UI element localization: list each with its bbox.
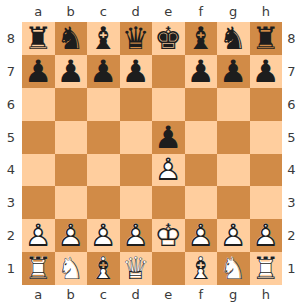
rank-label-4: 4 — [0, 154, 22, 187]
square-a8[interactable]: ♜︎ — [22, 22, 55, 55]
square-e2[interactable]: ♚︎♔︎ — [152, 219, 185, 252]
piece-white-pawn-icon: ♟︎♙︎ — [154, 154, 182, 185]
file-label-e: e — [152, 0, 185, 22]
rank-labels-right: 87654321 — [282, 22, 301, 285]
rank-label-5: 5 — [0, 121, 22, 154]
square-g8[interactable]: ♞︎ — [217, 22, 250, 55]
piece-black-bishop-icon: ♝︎ — [89, 23, 117, 54]
piece-white-pawn-icon: ♟︎♙︎ — [24, 220, 52, 251]
rank-labels-left: 87654321 — [0, 22, 22, 285]
chess-diagram: abcdefgh 87654321 ♜︎♞︎♝︎♛︎♚︎♝︎♞︎♜︎♟︎♟︎♟︎… — [0, 0, 301, 304]
square-h6[interactable] — [250, 88, 283, 121]
square-c8[interactable]: ♝︎ — [87, 22, 120, 55]
file-label-f: f — [185, 0, 218, 22]
square-h2[interactable]: ♟︎♙︎ — [250, 219, 283, 252]
square-g7[interactable]: ♟︎ — [217, 55, 250, 88]
square-h5[interactable] — [250, 121, 283, 154]
file-label-f: f — [185, 285, 218, 304]
piece-white-rook-icon: ♜︎♖︎ — [252, 253, 280, 284]
square-c3[interactable] — [87, 186, 120, 219]
square-e6[interactable] — [152, 88, 185, 121]
square-e7[interactable] — [152, 55, 185, 88]
square-f3[interactable] — [185, 186, 218, 219]
rank-label-3: 3 — [0, 186, 22, 219]
square-f8[interactable]: ♝︎ — [185, 22, 218, 55]
square-b2[interactable]: ♟︎♙︎ — [55, 219, 88, 252]
square-h1[interactable]: ♜︎♖︎ — [250, 252, 283, 285]
square-f4[interactable] — [185, 154, 218, 187]
square-e4[interactable]: ♟︎♙︎ — [152, 154, 185, 187]
rank-label-3: 3 — [282, 186, 301, 219]
square-g6[interactable] — [217, 88, 250, 121]
square-g1[interactable]: ♞︎♘︎ — [217, 252, 250, 285]
file-label-h: h — [250, 0, 283, 22]
piece-white-pawn-icon: ♟︎♙︎ — [219, 220, 247, 251]
piece-black-rook-icon: ♜︎ — [252, 23, 280, 54]
square-e3[interactable] — [152, 186, 185, 219]
square-e8[interactable]: ♚︎ — [152, 22, 185, 55]
file-label-e: e — [152, 285, 185, 304]
file-labels-top: abcdefgh — [22, 0, 282, 22]
square-e5[interactable]: ♟︎ — [152, 121, 185, 154]
square-b4[interactable] — [55, 154, 88, 187]
piece-black-bishop-icon: ♝︎ — [187, 23, 215, 54]
square-a2[interactable]: ♟︎♙︎ — [22, 219, 55, 252]
rank-label-2: 2 — [0, 219, 22, 252]
file-labels-bottom: abcdefgh — [22, 285, 282, 304]
square-a6[interactable] — [22, 88, 55, 121]
square-f2[interactable]: ♟︎♙︎ — [185, 219, 218, 252]
square-c6[interactable] — [87, 88, 120, 121]
piece-black-pawn-icon: ♟︎ — [57, 56, 85, 87]
square-f6[interactable] — [185, 88, 218, 121]
file-label-b: b — [55, 0, 88, 22]
piece-black-king-icon: ♚︎ — [154, 23, 182, 54]
piece-black-pawn-icon: ♟︎ — [219, 56, 247, 87]
square-f1[interactable]: ♝︎♗︎ — [185, 252, 218, 285]
square-c2[interactable]: ♟︎♙︎ — [87, 219, 120, 252]
rank-label-1: 1 — [282, 252, 301, 285]
file-label-d: d — [120, 285, 153, 304]
square-c1[interactable]: ♝︎♗︎ — [87, 252, 120, 285]
square-b5[interactable] — [55, 121, 88, 154]
file-label-d: d — [120, 0, 153, 22]
rank-label-4: 4 — [282, 154, 301, 187]
square-c5[interactable] — [87, 121, 120, 154]
square-d5[interactable] — [120, 121, 153, 154]
file-label-g: g — [217, 285, 250, 304]
square-d6[interactable] — [120, 88, 153, 121]
rank-label-6: 6 — [0, 88, 22, 121]
square-a1[interactable]: ♜︎♖︎ — [22, 252, 55, 285]
chess-board: ♜︎♞︎♝︎♛︎♚︎♝︎♞︎♜︎♟︎♟︎♟︎♟︎♟︎♟︎♟︎♟︎♟︎♙︎♟︎♙︎… — [22, 22, 282, 285]
square-f5[interactable] — [185, 121, 218, 154]
piece-white-pawn-icon: ♟︎♙︎ — [252, 220, 280, 251]
square-d4[interactable] — [120, 154, 153, 187]
rank-label-8: 8 — [282, 22, 301, 55]
rank-label-2: 2 — [282, 219, 301, 252]
piece-black-queen-icon: ♛︎ — [122, 23, 150, 54]
square-c7[interactable]: ♟︎ — [87, 55, 120, 88]
piece-white-bishop-icon: ♝︎♗︎ — [187, 253, 215, 284]
file-label-a: a — [22, 0, 55, 22]
square-g3[interactable] — [217, 186, 250, 219]
square-h3[interactable] — [250, 186, 283, 219]
square-e1[interactable] — [152, 252, 185, 285]
square-g4[interactable] — [217, 154, 250, 187]
square-b8[interactable]: ♞︎ — [55, 22, 88, 55]
piece-black-knight-icon: ♞︎ — [219, 23, 247, 54]
piece-white-bishop-icon: ♝︎♗︎ — [89, 253, 117, 284]
piece-black-pawn-icon: ♟︎ — [122, 56, 150, 87]
piece-white-pawn-icon: ♟︎♙︎ — [187, 220, 215, 251]
file-label-h: h — [250, 285, 283, 304]
square-d3[interactable] — [120, 186, 153, 219]
rank-label-1: 1 — [0, 252, 22, 285]
piece-white-knight-icon: ♞︎♘︎ — [57, 253, 85, 284]
square-b1[interactable]: ♞︎♘︎ — [55, 252, 88, 285]
piece-black-pawn-icon: ♟︎ — [252, 56, 280, 87]
square-a4[interactable] — [22, 154, 55, 187]
rank-label-7: 7 — [282, 55, 301, 88]
square-g2[interactable]: ♟︎♙︎ — [217, 219, 250, 252]
square-g5[interactable] — [217, 121, 250, 154]
file-label-c: c — [87, 0, 120, 22]
piece-white-pawn-icon: ♟︎♙︎ — [122, 220, 150, 251]
piece-black-pawn-icon: ♟︎ — [187, 56, 215, 87]
piece-white-queen-icon: ♛︎♕︎ — [122, 253, 150, 284]
square-f7[interactable]: ♟︎ — [185, 55, 218, 88]
file-label-g: g — [217, 0, 250, 22]
square-b7[interactable]: ♟︎ — [55, 55, 88, 88]
square-c4[interactable] — [87, 154, 120, 187]
piece-black-rook-icon: ♜︎ — [24, 23, 52, 54]
file-label-a: a — [22, 285, 55, 304]
square-h4[interactable] — [250, 154, 283, 187]
square-h8[interactable]: ♜︎ — [250, 22, 283, 55]
square-d8[interactable]: ♛︎ — [120, 22, 153, 55]
rank-label-5: 5 — [282, 121, 301, 154]
piece-white-pawn-icon: ♟︎♙︎ — [57, 220, 85, 251]
piece-black-knight-icon: ♞︎ — [57, 23, 85, 54]
square-a7[interactable]: ♟︎ — [22, 55, 55, 88]
piece-black-pawn-icon: ♟︎ — [89, 56, 117, 87]
piece-white-knight-icon: ♞︎♘︎ — [219, 253, 247, 284]
square-a3[interactable] — [22, 186, 55, 219]
file-label-b: b — [55, 285, 88, 304]
piece-white-rook-icon: ♜︎♖︎ — [24, 253, 52, 284]
rank-label-8: 8 — [0, 22, 22, 55]
square-d1[interactable]: ♛︎♕︎ — [120, 252, 153, 285]
square-h7[interactable]: ♟︎ — [250, 55, 283, 88]
piece-white-pawn-icon: ♟︎♙︎ — [89, 220, 117, 251]
rank-label-7: 7 — [0, 55, 22, 88]
square-a5[interactable] — [22, 121, 55, 154]
square-b6[interactable] — [55, 88, 88, 121]
square-b3[interactable] — [55, 186, 88, 219]
file-label-c: c — [87, 285, 120, 304]
square-d7[interactable]: ♟︎ — [120, 55, 153, 88]
piece-black-pawn-icon: ♟︎ — [154, 122, 182, 153]
piece-white-king-icon: ♚︎♔︎ — [154, 220, 182, 251]
square-d2[interactable]: ♟︎♙︎ — [120, 219, 153, 252]
piece-black-pawn-icon: ♟︎ — [24, 56, 52, 87]
rank-label-6: 6 — [282, 88, 301, 121]
